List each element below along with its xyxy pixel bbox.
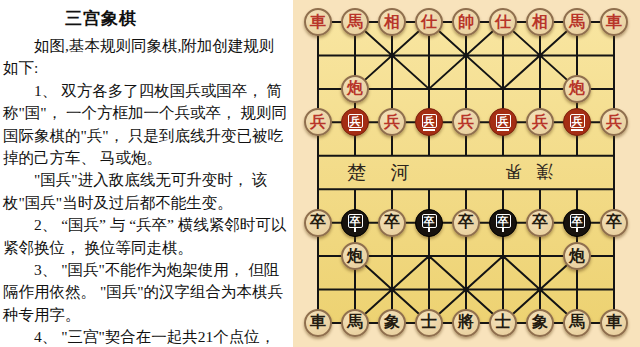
piece-black-guo-soldier[interactable]: 卒	[341, 209, 369, 237]
doc-paragraph: 1、 双方各多了四枚国兵或国卒， 简称"国"， 一个方框加一个兵或卒， 规则同国…	[3, 80, 289, 170]
piece-glyph: 卒	[458, 214, 474, 230]
piece-glyph: 炮	[347, 80, 363, 96]
piece-black-elephant[interactable]: 象	[526, 309, 554, 337]
piece-glyph: 相	[384, 14, 400, 30]
piece-glyph: 象	[384, 314, 400, 330]
piece-red-general[interactable]: 帥	[452, 8, 480, 36]
piece-glyph: 仕	[421, 14, 437, 30]
guo-box-glyph: 兵	[348, 114, 363, 128]
piece-glyph: 兵	[458, 114, 474, 130]
piece-black-soldier[interactable]: 卒	[526, 209, 554, 237]
piece-red-advisor[interactable]: 仕	[415, 8, 443, 36]
piece-black-chariot[interactable]: 車	[304, 309, 332, 337]
guo-box-glyph: 卒	[422, 214, 437, 228]
pieces-layer: 車馬相仕帥仕相馬車炮炮兵兵兵兵兵兵兵兵兵卒卒卒卒卒卒卒卒卒炮炮車馬象士將士象馬車	[293, 0, 640, 347]
piece-black-soldier[interactable]: 卒	[452, 209, 480, 237]
piece-red-soldier[interactable]: 兵	[304, 108, 332, 136]
piece-red-guo-soldier[interactable]: 兵	[563, 108, 591, 136]
piece-red-guo-soldier[interactable]: 兵	[489, 108, 517, 136]
piece-red-soldier[interactable]: 兵	[600, 108, 628, 136]
piece-glyph: 車	[606, 314, 622, 330]
guo-box-glyph: 卒	[570, 214, 585, 228]
piece-red-advisor[interactable]: 仕	[489, 8, 517, 36]
doc-paragraph: 3、 "国兵"不能作为炮架使用， 但阻隔作用依然。 "国兵"的汉字组合为本棋兵种…	[3, 259, 289, 326]
piece-red-guo-soldier[interactable]: 兵	[415, 108, 443, 136]
piece-glyph: 卒	[606, 214, 622, 230]
piece-black-guo-soldier[interactable]: 卒	[563, 209, 591, 237]
piece-red-cannon[interactable]: 炮	[341, 75, 369, 103]
piece-red-elephant[interactable]: 相	[526, 8, 554, 36]
piece-red-cannon[interactable]: 炮	[563, 75, 591, 103]
guo-box-glyph: 卒	[348, 214, 363, 228]
piece-glyph: 兵	[532, 114, 548, 130]
guo-box-glyph: 卒	[496, 214, 511, 228]
piece-black-cannon[interactable]: 炮	[341, 242, 369, 270]
piece-black-soldier[interactable]: 卒	[600, 209, 628, 237]
piece-glyph: 仕	[495, 14, 511, 30]
piece-glyph: 卒	[310, 214, 326, 230]
piece-glyph: 車	[310, 14, 326, 30]
piece-black-general[interactable]: 將	[452, 309, 480, 337]
guo-box-glyph: 兵	[496, 114, 511, 128]
piece-glyph: 兵	[606, 114, 622, 130]
piece-glyph: 帥	[458, 14, 474, 30]
piece-glyph: 馬	[347, 14, 363, 30]
piece-glyph: 馬	[569, 314, 585, 330]
piece-glyph: 卒	[384, 214, 400, 230]
piece-glyph: 馬	[347, 314, 363, 330]
doc-paragraph: 2、 “国兵” 与 “兵卒” 横线紧邻时可以紧邻换位， 换位等同走棋。	[3, 214, 289, 259]
piece-red-chariot[interactable]: 車	[600, 8, 628, 36]
piece-red-chariot[interactable]: 車	[304, 8, 332, 36]
piece-black-guo-soldier[interactable]: 卒	[415, 209, 443, 237]
piece-black-soldier[interactable]: 卒	[304, 209, 332, 237]
piece-black-horse[interactable]: 馬	[341, 309, 369, 337]
piece-glyph: 士	[421, 314, 437, 330]
piece-black-cannon[interactable]: 炮	[563, 242, 591, 270]
guo-box-tail	[354, 228, 356, 232]
guo-box-tail	[428, 228, 430, 232]
piece-red-soldier[interactable]: 兵	[452, 108, 480, 136]
piece-glyph: 車	[310, 314, 326, 330]
guo-box-tail	[502, 228, 504, 232]
piece-glyph: 兵	[310, 114, 326, 130]
guo-box-tail	[349, 129, 361, 131]
doc-title: 三宫象棋	[65, 7, 289, 30]
guo-box-tail	[423, 129, 435, 131]
piece-glyph: 炮	[569, 248, 585, 264]
piece-black-guo-soldier[interactable]: 卒	[489, 209, 517, 237]
piece-black-horse[interactable]: 馬	[563, 309, 591, 337]
guo-box-glyph: 兵	[570, 114, 585, 128]
guo-box-tail	[497, 129, 509, 131]
piece-red-soldier[interactable]: 兵	[378, 108, 406, 136]
piece-glyph: 將	[458, 314, 474, 330]
piece-red-elephant[interactable]: 相	[378, 8, 406, 36]
piece-red-soldier[interactable]: 兵	[526, 108, 554, 136]
rules-document: 三宫象棋 如图,基本规则同象棋,附加创建规则如下:1、 双方各多了四枚国兵或国卒…	[0, 0, 293, 347]
guo-box-tail	[576, 228, 578, 232]
doc-paragraph: 4、 "三宫"契合在一起共21个点位， 这是"将、 士"的最大活动范围。	[3, 326, 289, 347]
piece-black-advisor[interactable]: 士	[415, 309, 443, 337]
piece-red-horse[interactable]: 馬	[563, 8, 591, 36]
piece-glyph: 相	[532, 14, 548, 30]
piece-black-soldier[interactable]: 卒	[378, 209, 406, 237]
page: 三宫象棋 如图,基本规则同象棋,附加创建规则如下:1、 双方各多了四枚国兵或国卒…	[0, 0, 640, 347]
doc-paragraph: 如图,基本规则同象棋,附加创建规则如下:	[3, 35, 289, 80]
piece-glyph: 炮	[569, 80, 585, 96]
piece-glyph: 兵	[384, 114, 400, 130]
piece-glyph: 車	[606, 14, 622, 30]
guo-box-tail	[571, 129, 583, 131]
piece-glyph: 馬	[569, 14, 585, 30]
doc-body: 如图,基本规则同象棋,附加创建规则如下:1、 双方各多了四枚国兵或国卒， 简称"…	[3, 35, 289, 347]
piece-glyph: 卒	[532, 214, 548, 230]
guo-box-glyph: 兵	[422, 114, 437, 128]
piece-glyph: 士	[495, 314, 511, 330]
piece-glyph: 象	[532, 314, 548, 330]
piece-black-elephant[interactable]: 象	[378, 309, 406, 337]
piece-glyph: 炮	[347, 248, 363, 264]
doc-paragraph: "国兵"进入敌底线无可升变时， 该枚"国兵"当时及过后都不能生变。	[3, 169, 289, 214]
piece-black-advisor[interactable]: 士	[489, 309, 517, 337]
piece-red-horse[interactable]: 馬	[341, 8, 369, 36]
piece-black-chariot[interactable]: 車	[600, 309, 628, 337]
piece-red-guo-soldier[interactable]: 兵	[341, 108, 369, 136]
xiangqi-board: 楚 河 漢 界 車馬相仕帥仕相馬車炮炮兵兵兵兵兵兵兵兵兵卒卒卒卒卒卒卒卒卒炮炮車…	[293, 0, 640, 347]
